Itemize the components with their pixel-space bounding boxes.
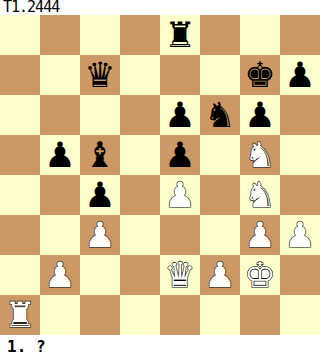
square-f3[interactable] [200,215,240,255]
square-d4[interactable] [120,175,160,215]
piece-white-king: ♚ [244,255,275,295]
square-e3[interactable] [160,215,200,255]
square-c2[interactable] [80,255,120,295]
square-b1[interactable] [40,295,80,335]
square-a4[interactable] [0,175,40,215]
square-a6[interactable] [0,95,40,135]
square-b5[interactable]: ♟ [40,135,80,175]
square-a3[interactable] [0,215,40,255]
square-e6[interactable]: ♟ [160,95,200,135]
square-e1[interactable] [160,295,200,335]
square-c7[interactable]: ♛ [80,55,120,95]
square-g7[interactable]: ♚ [240,55,280,95]
square-c4[interactable]: ♟ [80,175,120,215]
square-d2[interactable] [120,255,160,295]
square-c5[interactable]: ♝ [80,135,120,175]
square-g6[interactable]: ♟ [240,95,280,135]
square-e8[interactable]: ♜ [160,15,200,55]
square-g8[interactable] [240,15,280,55]
chess-board: ♜♛♚♟♟♞♟♟♝♟♞♟♟♞♟♟♟♟♛♟♚♜ [0,15,320,335]
piece-black-pawn: ♟ [84,175,115,215]
square-b2[interactable]: ♟ [40,255,80,295]
piece-white-knight: ♞ [244,175,275,215]
square-f8[interactable] [200,15,240,55]
piece-black-rook: ♜ [164,15,195,55]
piece-black-pawn: ♟ [164,95,195,135]
square-d7[interactable] [120,55,160,95]
square-c8[interactable] [80,15,120,55]
square-e7[interactable] [160,55,200,95]
square-d8[interactable] [120,15,160,55]
square-h8[interactable] [280,15,320,55]
square-b7[interactable] [40,55,80,95]
piece-white-pawn: ♟ [164,175,195,215]
square-h6[interactable] [280,95,320,135]
square-d3[interactable] [120,215,160,255]
square-h4[interactable] [280,175,320,215]
square-b6[interactable] [40,95,80,135]
diagram-title: T1.2444 [0,0,320,15]
square-h3[interactable]: ♟ [280,215,320,255]
piece-black-pawn: ♟ [284,55,315,95]
piece-black-queen: ♛ [84,55,115,95]
chess-diagram-window: T1.2444 ♜♛♚♟♟♞♟♟♝♟♞♟♟♞♟♟♟♟♛♟♚♜ 1. ? [0,0,320,360]
square-a8[interactable] [0,15,40,55]
square-a2[interactable] [0,255,40,295]
piece-black-king: ♚ [244,55,275,95]
square-h2[interactable] [280,255,320,295]
square-f7[interactable] [200,55,240,95]
square-c3[interactable]: ♟ [80,215,120,255]
piece-white-pawn: ♟ [44,255,75,295]
square-g1[interactable] [240,295,280,335]
square-g3[interactable]: ♟ [240,215,280,255]
square-a1[interactable]: ♜ [0,295,40,335]
piece-white-queen: ♛ [164,255,195,295]
square-b3[interactable] [40,215,80,255]
piece-white-pawn: ♟ [244,215,275,255]
piece-white-pawn: ♟ [84,215,115,255]
piece-white-rook: ♜ [4,295,35,335]
square-f5[interactable] [200,135,240,175]
square-g4[interactable]: ♞ [240,175,280,215]
square-f6[interactable]: ♞ [200,95,240,135]
piece-black-pawn: ♟ [164,135,195,175]
square-c1[interactable] [80,295,120,335]
move-prompt: 1. ? [0,335,320,360]
square-e2[interactable]: ♛ [160,255,200,295]
square-f2[interactable]: ♟ [200,255,240,295]
piece-black-knight: ♞ [204,95,235,135]
piece-black-pawn: ♟ [244,95,275,135]
square-e5[interactable]: ♟ [160,135,200,175]
square-g5[interactable]: ♞ [240,135,280,175]
piece-black-bishop: ♝ [84,135,115,175]
square-f1[interactable] [200,295,240,335]
square-h1[interactable] [280,295,320,335]
square-d6[interactable] [120,95,160,135]
piece-white-pawn: ♟ [284,215,315,255]
square-a5[interactable] [0,135,40,175]
piece-white-pawn: ♟ [204,255,235,295]
square-h7[interactable]: ♟ [280,55,320,95]
square-h5[interactable] [280,135,320,175]
square-b8[interactable] [40,15,80,55]
piece-black-pawn: ♟ [44,135,75,175]
square-g2[interactable]: ♚ [240,255,280,295]
square-d1[interactable] [120,295,160,335]
square-b4[interactable] [40,175,80,215]
piece-white-knight: ♞ [244,135,275,175]
square-f4[interactable] [200,175,240,215]
square-e4[interactable]: ♟ [160,175,200,215]
square-a7[interactable] [0,55,40,95]
square-c6[interactable] [80,95,120,135]
square-d5[interactable] [120,135,160,175]
